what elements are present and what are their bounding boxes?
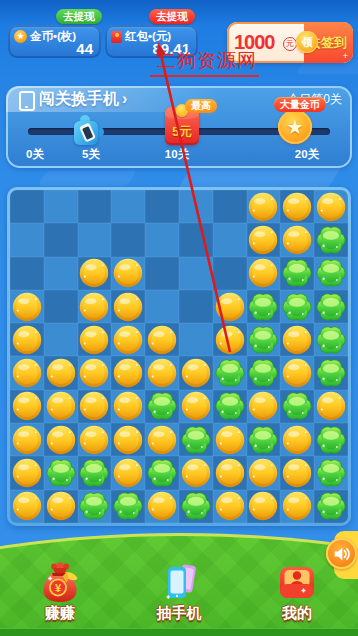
board-cell-r4c6[interactable] bbox=[213, 323, 247, 356]
board-cell-r4c3[interactable] bbox=[111, 323, 145, 356]
gold-coin-piece bbox=[282, 358, 312, 388]
board-cell-r0c7[interactable] bbox=[247, 190, 281, 223]
gold-coin-piece bbox=[79, 391, 109, 421]
green-clover-piece bbox=[113, 491, 143, 521]
board-cell-r6c4[interactable] bbox=[145, 390, 179, 423]
milestone-label-5: 5关 bbox=[82, 147, 100, 162]
speaker-icon bbox=[333, 546, 350, 562]
board-cell-r7c5[interactable] bbox=[179, 423, 213, 456]
gold-coin-piece bbox=[282, 458, 312, 488]
green-clover-piece bbox=[316, 458, 346, 488]
board-cell-r2c5[interactable] bbox=[179, 257, 213, 290]
green-clover-piece bbox=[79, 458, 109, 488]
nav-item-profile[interactable]: 我的 bbox=[261, 560, 333, 623]
green-clover-piece bbox=[181, 425, 211, 455]
phones-icon bbox=[157, 560, 201, 604]
level-panel: 闯关换手机› 今日第0关 5元 最高 ★ 大量金币 0关 5关 10关 20关 bbox=[6, 86, 352, 168]
green-clover-piece bbox=[248, 358, 278, 388]
gold-coin-piece bbox=[46, 425, 76, 455]
board-cell-r4c5[interactable] bbox=[179, 323, 213, 356]
green-clover-piece bbox=[46, 458, 76, 488]
board-cell-r0c4[interactable] bbox=[145, 190, 179, 223]
board-cell-r4c8[interactable] bbox=[280, 323, 314, 356]
board-cell-r1c3[interactable] bbox=[111, 223, 145, 256]
board-cell-r5c8[interactable] bbox=[280, 356, 314, 389]
board-cell-r1c1[interactable] bbox=[44, 223, 78, 256]
sparkle-icon: + bbox=[343, 51, 348, 61]
board-cell-r2c0[interactable] bbox=[10, 257, 44, 290]
board-cell-r0c0[interactable] bbox=[10, 190, 44, 223]
board-cell-r5c9[interactable] bbox=[314, 356, 348, 389]
green-clover-piece bbox=[147, 391, 177, 421]
board-cell-r6c1[interactable] bbox=[44, 390, 78, 423]
board-cell-r9c1[interactable] bbox=[44, 490, 78, 523]
app-screen: 去提现 去提现 ★ 金币•(枚) 44 红包•(元) 89.41 去签到 + 1… bbox=[0, 0, 358, 636]
green-clover-piece bbox=[215, 358, 245, 388]
board-cell-r1c8[interactable] bbox=[280, 223, 314, 256]
gold-coin-piece bbox=[113, 258, 143, 288]
bg-streak bbox=[178, 166, 342, 188]
board-cell-r1c6[interactable] bbox=[213, 223, 247, 256]
board-cell-r9c3[interactable] bbox=[111, 490, 145, 523]
green-clover-piece bbox=[282, 258, 312, 288]
board-cell-r0c6[interactable] bbox=[213, 190, 247, 223]
board-cell-r2c9[interactable] bbox=[314, 257, 348, 290]
gold-coin-piece bbox=[12, 325, 42, 355]
board-cell-r8c1[interactable] bbox=[44, 456, 78, 489]
gold-coin-piece bbox=[113, 425, 143, 455]
board-cell-r4c2[interactable] bbox=[78, 323, 112, 356]
gold-coin-piece bbox=[79, 425, 109, 455]
gold-coin-piece bbox=[79, 258, 109, 288]
gold-coin-piece bbox=[181, 358, 211, 388]
board-cell-r1c9[interactable] bbox=[314, 223, 348, 256]
envelope-amount: 5元 bbox=[165, 123, 199, 141]
board-cell-r8c7[interactable] bbox=[247, 456, 281, 489]
board-cell-r2c3[interactable] bbox=[111, 257, 145, 290]
red-envelope-icon bbox=[111, 31, 122, 43]
board-cell-r2c1[interactable] bbox=[44, 257, 78, 290]
sound-button[interactable] bbox=[326, 538, 357, 569]
board-cell-r3c1[interactable] bbox=[44, 290, 78, 323]
milestone-label-10: 10关 bbox=[165, 147, 189, 162]
board-cell-r0c9[interactable] bbox=[314, 190, 348, 223]
gold-coin-piece bbox=[215, 491, 245, 521]
nav-label-profile: 我的 bbox=[282, 604, 312, 623]
board-cell-r4c1[interactable] bbox=[44, 323, 78, 356]
gold-coin-piece bbox=[248, 192, 278, 222]
board-cell-r9c5[interactable] bbox=[179, 490, 213, 523]
green-clover-piece bbox=[282, 292, 312, 322]
board-cell-r2c8[interactable] bbox=[280, 257, 314, 290]
gold-coin-piece bbox=[248, 458, 278, 488]
green-clover-piece bbox=[215, 391, 245, 421]
board-cell-r5c4[interactable] bbox=[145, 356, 179, 389]
gold-coin-piece bbox=[248, 391, 278, 421]
green-clover-piece bbox=[248, 425, 278, 455]
board-cell-r6c3[interactable] bbox=[111, 390, 145, 423]
board-cell-r3c6[interactable] bbox=[213, 290, 247, 323]
claim-coin-icon[interactable]: 领 bbox=[296, 31, 318, 53]
redpacket-withdraw-button[interactable]: 去提现 bbox=[149, 9, 195, 24]
board-cell-r7c9[interactable] bbox=[314, 423, 348, 456]
board-cell-r1c7[interactable] bbox=[247, 223, 281, 256]
board-cell-r8c8[interactable] bbox=[280, 456, 314, 489]
green-clover-piece bbox=[181, 491, 211, 521]
board-cell-r9c0[interactable] bbox=[10, 490, 44, 523]
gold-coin-piece bbox=[46, 491, 76, 521]
board-cell-r9c9[interactable] bbox=[314, 490, 348, 523]
gold-coin-piece bbox=[215, 458, 245, 488]
gold-coin-piece bbox=[79, 292, 109, 322]
board-cell-r0c1[interactable] bbox=[44, 190, 78, 223]
green-clover-piece bbox=[316, 358, 346, 388]
gold-coin-piece bbox=[282, 225, 312, 255]
nav-label-draw-phone: 抽手机 bbox=[157, 604, 202, 623]
board-cell-r2c2[interactable] bbox=[78, 257, 112, 290]
gold-coin-piece bbox=[215, 425, 245, 455]
board-cell-r8c9[interactable] bbox=[314, 456, 348, 489]
gold-coin-piece bbox=[282, 491, 312, 521]
green-clover-piece bbox=[316, 292, 346, 322]
board-cell-r1c4[interactable] bbox=[145, 223, 179, 256]
board-cell-r0c5[interactable] bbox=[179, 190, 213, 223]
green-clover-piece bbox=[316, 258, 346, 288]
bg-streak bbox=[37, 171, 136, 186]
gold-coin-piece bbox=[181, 458, 211, 488]
profile-icon bbox=[275, 560, 319, 604]
board-cell-r8c6[interactable] bbox=[213, 456, 247, 489]
board-cell-r3c8[interactable] bbox=[280, 290, 314, 323]
money-bag-icon: ¥ bbox=[38, 560, 82, 604]
board-cell-r5c6[interactable] bbox=[213, 356, 247, 389]
green-clover-piece bbox=[316, 491, 346, 521]
gold-coin-piece bbox=[147, 325, 177, 355]
board-cell-r6c5[interactable] bbox=[179, 390, 213, 423]
board-cell-r3c3[interactable] bbox=[111, 290, 145, 323]
board-cell-r3c9[interactable] bbox=[314, 290, 348, 323]
board-cell-r9c6[interactable] bbox=[213, 490, 247, 523]
gold-coin-piece bbox=[46, 358, 76, 388]
board-cell-r5c3[interactable] bbox=[111, 356, 145, 389]
board-cell-r6c8[interactable] bbox=[280, 390, 314, 423]
board-cell-r7c4[interactable] bbox=[145, 423, 179, 456]
gold-coin-piece bbox=[316, 192, 346, 222]
board-cell-r8c5[interactable] bbox=[179, 456, 213, 489]
board-cell-r9c2[interactable] bbox=[78, 490, 112, 523]
ground-bottom-strip bbox=[0, 628, 358, 636]
board-cell-r3c7[interactable] bbox=[247, 290, 281, 323]
gold-coin-piece bbox=[113, 458, 143, 488]
board-cell-r2c7[interactable] bbox=[247, 257, 281, 290]
green-clover-piece bbox=[282, 391, 312, 421]
phone-icon bbox=[19, 91, 35, 111]
board-cell-r8c4[interactable] bbox=[145, 456, 179, 489]
lots-of-coins-badge: 大量金币 bbox=[274, 97, 326, 112]
milestone-20-starcoin-marker[interactable]: ★ bbox=[278, 110, 312, 144]
chevron-right-icon: › bbox=[122, 90, 127, 107]
board-cell-r1c0[interactable] bbox=[10, 223, 44, 256]
green-clover-piece bbox=[248, 325, 278, 355]
green-clover-piece bbox=[147, 458, 177, 488]
board-cell-r4c7[interactable] bbox=[247, 323, 281, 356]
green-clover-piece bbox=[316, 325, 346, 355]
coin-card-value: 44 bbox=[76, 40, 93, 57]
board-cell-r0c8[interactable] bbox=[280, 190, 314, 223]
board-cell-r7c2[interactable] bbox=[78, 423, 112, 456]
gold-coin-star-icon: ★ bbox=[14, 30, 27, 43]
gold-coin-piece bbox=[12, 358, 42, 388]
gold-coin-piece bbox=[12, 491, 42, 521]
green-clover-piece bbox=[316, 425, 346, 455]
gold-coin-piece bbox=[12, 292, 42, 322]
gold-coin-piece bbox=[113, 325, 143, 355]
level-panel-title[interactable]: 闯关换手机› bbox=[39, 89, 127, 110]
star-icon: ★ bbox=[286, 117, 304, 137]
board-grid bbox=[10, 190, 348, 523]
board-cell-r9c8[interactable] bbox=[280, 490, 314, 523]
milestone-label-0: 0关 bbox=[26, 147, 44, 162]
board-cell-r3c4[interactable] bbox=[145, 290, 179, 323]
board-cell-r2c6[interactable] bbox=[213, 257, 247, 290]
gold-coin-piece bbox=[113, 358, 143, 388]
nav-item-earn[interactable]: ¥ 赚赚 bbox=[24, 560, 96, 623]
game-board bbox=[7, 187, 351, 526]
gold-coin-piece bbox=[316, 391, 346, 421]
gold-coin-piece bbox=[79, 325, 109, 355]
signin-unit: 元 bbox=[283, 37, 297, 51]
board-cell-r7c8[interactable] bbox=[280, 423, 314, 456]
gold-coin-piece bbox=[248, 225, 278, 255]
board-cell-r4c9[interactable] bbox=[314, 323, 348, 356]
gold-coin-piece bbox=[282, 325, 312, 355]
nav-item-draw-phone[interactable]: 抽手机 bbox=[143, 560, 215, 623]
gold-coin-piece bbox=[282, 192, 312, 222]
gold-coin-piece bbox=[12, 391, 42, 421]
board-cell-r9c7[interactable] bbox=[247, 490, 281, 523]
gold-coin-piece bbox=[181, 391, 211, 421]
gold-coin-piece bbox=[215, 325, 245, 355]
board-cell-r8c0[interactable] bbox=[10, 456, 44, 489]
board-cell-r6c0[interactable] bbox=[10, 390, 44, 423]
board-cell-r7c7[interactable] bbox=[247, 423, 281, 456]
board-cell-r0c2[interactable] bbox=[78, 190, 112, 223]
milestone-label-20: 20关 bbox=[295, 147, 319, 162]
green-clover-piece bbox=[248, 292, 278, 322]
gold-coin-piece bbox=[215, 292, 245, 322]
board-cell-r7c1[interactable] bbox=[44, 423, 78, 456]
gold-coin-piece bbox=[248, 491, 278, 521]
board-cell-r5c7[interactable] bbox=[247, 356, 281, 389]
highest-badge: 最高 bbox=[185, 99, 217, 113]
gold-coin-piece bbox=[147, 358, 177, 388]
board-cell-r6c9[interactable] bbox=[314, 390, 348, 423]
board-cell-r5c2[interactable] bbox=[78, 356, 112, 389]
board-cell-r2c4[interactable] bbox=[145, 257, 179, 290]
gold-coin-piece bbox=[12, 458, 42, 488]
board-cell-r5c5[interactable] bbox=[179, 356, 213, 389]
board-cell-r9c4[interactable] bbox=[145, 490, 179, 523]
board-cell-r7c3[interactable] bbox=[111, 423, 145, 456]
svg-text:¥: ¥ bbox=[55, 582, 62, 594]
gold-coin-piece bbox=[282, 425, 312, 455]
gold-coin-piece bbox=[147, 491, 177, 521]
board-cell-r7c0[interactable] bbox=[10, 423, 44, 456]
board-cell-r7c6[interactable] bbox=[213, 423, 247, 456]
gold-coin-piece bbox=[248, 258, 278, 288]
board-cell-r8c2[interactable] bbox=[78, 456, 112, 489]
gold-coin-piece bbox=[46, 391, 76, 421]
board-cell-r3c2[interactable] bbox=[78, 290, 112, 323]
board-cell-r3c0[interactable] bbox=[10, 290, 44, 323]
board-cell-r8c3[interactable] bbox=[111, 456, 145, 489]
board-cell-r4c4[interactable] bbox=[145, 323, 179, 356]
board-cell-r1c2[interactable] bbox=[78, 223, 112, 256]
green-clover-piece bbox=[79, 491, 109, 521]
watermark-text: 二狗资源网 bbox=[150, 48, 259, 77]
board-cell-r5c0[interactable] bbox=[10, 356, 44, 389]
nav-label-earn: 赚赚 bbox=[45, 604, 75, 623]
board-cell-r4c0[interactable] bbox=[10, 323, 44, 356]
milestone-5-puzzle-phone-marker[interactable] bbox=[71, 114, 105, 148]
board-cell-r6c7[interactable] bbox=[247, 390, 281, 423]
gold-coin-piece bbox=[147, 425, 177, 455]
gold-coin-piece bbox=[113, 292, 143, 322]
gold-coin-piece bbox=[12, 425, 42, 455]
coin-withdraw-button[interactable]: 去提现 bbox=[56, 9, 102, 24]
coin-balance-card[interactable]: ★ 金币•(枚) 44 bbox=[8, 25, 101, 58]
board-cell-r6c2[interactable] bbox=[78, 390, 112, 423]
coin-card-label: 金币•(枚) bbox=[30, 29, 76, 44]
board-cell-r0c3[interactable] bbox=[111, 190, 145, 223]
board-cell-r6c6[interactable] bbox=[213, 390, 247, 423]
board-cell-r3c5[interactable] bbox=[179, 290, 213, 323]
green-clover-piece bbox=[316, 225, 346, 255]
gold-coin-piece bbox=[79, 358, 109, 388]
gold-coin-piece bbox=[113, 391, 143, 421]
board-cell-r1c5[interactable] bbox=[179, 223, 213, 256]
board-cell-r5c1[interactable] bbox=[44, 356, 78, 389]
